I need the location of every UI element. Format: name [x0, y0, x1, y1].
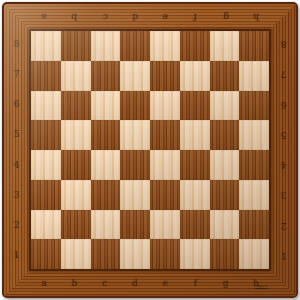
- square-g3[interactable]: [210, 180, 240, 210]
- file-label-bottom-b: b: [59, 271, 89, 296]
- square-g2[interactable]: [210, 210, 240, 240]
- square-d3[interactable]: [120, 180, 150, 210]
- square-b5[interactable]: [61, 120, 91, 150]
- square-h7[interactable]: [239, 61, 269, 91]
- square-g1[interactable]: [210, 239, 240, 269]
- square-h5[interactable]: [239, 120, 269, 150]
- square-g8[interactable]: [210, 31, 240, 61]
- rank-label-right-7: 7: [271, 59, 296, 89]
- rank-label-right-1: 1: [271, 241, 296, 271]
- square-b8[interactable]: [61, 31, 91, 61]
- square-h8[interactable]: [239, 31, 269, 61]
- square-a8[interactable]: [31, 31, 61, 61]
- square-f6[interactable]: [180, 91, 210, 121]
- file-labels-top: abcdefgh: [29, 4, 271, 29]
- file-labels-bottom: abcdefgh: [29, 271, 271, 296]
- square-e5[interactable]: [150, 120, 180, 150]
- square-b2[interactable]: [61, 210, 91, 240]
- square-f3[interactable]: [180, 180, 210, 210]
- square-e7[interactable]: [150, 61, 180, 91]
- square-d1[interactable]: [120, 239, 150, 269]
- square-g4[interactable]: [210, 150, 240, 180]
- square-f2[interactable]: [180, 210, 210, 240]
- rank-label-left-1: 1: [4, 241, 29, 271]
- square-d8[interactable]: [120, 31, 150, 61]
- file-label-top-c: c: [90, 4, 120, 29]
- rank-label-left-2: 2: [4, 211, 29, 241]
- square-a6[interactable]: [31, 91, 61, 121]
- rank-label-right-2: 2: [271, 211, 296, 241]
- file-label-bottom-a: a: [29, 271, 59, 296]
- square-a5[interactable]: [31, 120, 61, 150]
- square-e1[interactable]: [150, 239, 180, 269]
- square-g7[interactable]: [210, 61, 240, 91]
- chess-board: abcdefgh abcdefgh 87654321 87654321 cayr…: [2, 2, 298, 298]
- square-e4[interactable]: [150, 150, 180, 180]
- square-g5[interactable]: [210, 120, 240, 150]
- rank-label-left-7: 7: [4, 59, 29, 89]
- rank-label-left-8: 8: [4, 29, 29, 59]
- square-c8[interactable]: [91, 31, 121, 61]
- square-f1[interactable]: [180, 239, 210, 269]
- photo-background: abcdefgh abcdefgh 87654321 87654321 cayr…: [0, 0, 300, 300]
- file-label-top-d: d: [120, 4, 150, 29]
- file-label-bottom-e: e: [150, 271, 180, 296]
- square-f8[interactable]: [180, 31, 210, 61]
- rank-labels-left: 87654321: [4, 29, 29, 271]
- square-c2[interactable]: [91, 210, 121, 240]
- rank-label-left-5: 5: [4, 120, 29, 150]
- square-a1[interactable]: [31, 239, 61, 269]
- square-c4[interactable]: [91, 150, 121, 180]
- file-label-top-h: h: [241, 4, 271, 29]
- square-a4[interactable]: [31, 150, 61, 180]
- square-e2[interactable]: [150, 210, 180, 240]
- square-e3[interactable]: [150, 180, 180, 210]
- square-b6[interactable]: [61, 91, 91, 121]
- square-h3[interactable]: [239, 180, 269, 210]
- file-label-bottom-g: g: [211, 271, 241, 296]
- square-c1[interactable]: [91, 239, 121, 269]
- board-frame: abcdefgh abcdefgh 87654321 87654321 cayr…: [4, 4, 296, 296]
- square-e6[interactable]: [150, 91, 180, 121]
- rank-labels-right: 87654321: [271, 29, 296, 271]
- square-c5[interactable]: [91, 120, 121, 150]
- square-h6[interactable]: [239, 91, 269, 121]
- rank-label-right-8: 8: [271, 29, 296, 59]
- file-label-top-b: b: [59, 4, 89, 29]
- file-label-bottom-d: d: [120, 271, 150, 296]
- square-b7[interactable]: [61, 61, 91, 91]
- square-c7[interactable]: [91, 61, 121, 91]
- square-d6[interactable]: [120, 91, 150, 121]
- square-e8[interactable]: [150, 31, 180, 61]
- square-a2[interactable]: [31, 210, 61, 240]
- file-label-bottom-f: f: [180, 271, 210, 296]
- square-f5[interactable]: [180, 120, 210, 150]
- file-label-top-f: f: [180, 4, 210, 29]
- rank-label-right-5: 5: [271, 120, 296, 150]
- file-label-bottom-c: c: [90, 271, 120, 296]
- file-label-top-g: g: [211, 4, 241, 29]
- square-f7[interactable]: [180, 61, 210, 91]
- rank-label-left-3: 3: [4, 180, 29, 210]
- square-d2[interactable]: [120, 210, 150, 240]
- square-c3[interactable]: [91, 180, 121, 210]
- square-d5[interactable]: [120, 120, 150, 150]
- square-b3[interactable]: [61, 180, 91, 210]
- square-d4[interactable]: [120, 150, 150, 180]
- square-f4[interactable]: [180, 150, 210, 180]
- square-h1[interactable]: [239, 239, 269, 269]
- rank-label-left-4: 4: [4, 150, 29, 180]
- square-g6[interactable]: [210, 91, 240, 121]
- maker-logo: cayro: [255, 283, 268, 289]
- board-squares-grid: [29, 29, 271, 271]
- square-a7[interactable]: [31, 61, 61, 91]
- rank-label-right-3: 3: [271, 180, 296, 210]
- square-b4[interactable]: [61, 150, 91, 180]
- square-h4[interactable]: [239, 150, 269, 180]
- rank-label-right-4: 4: [271, 150, 296, 180]
- rank-label-left-6: 6: [4, 90, 29, 120]
- square-h2[interactable]: [239, 210, 269, 240]
- square-a3[interactable]: [31, 180, 61, 210]
- file-label-top-a: a: [29, 4, 59, 29]
- square-b1[interactable]: [61, 239, 91, 269]
- rank-label-right-6: 6: [271, 90, 296, 120]
- square-c6[interactable]: [91, 91, 121, 121]
- square-d7[interactable]: [120, 61, 150, 91]
- file-label-top-e: e: [150, 4, 180, 29]
